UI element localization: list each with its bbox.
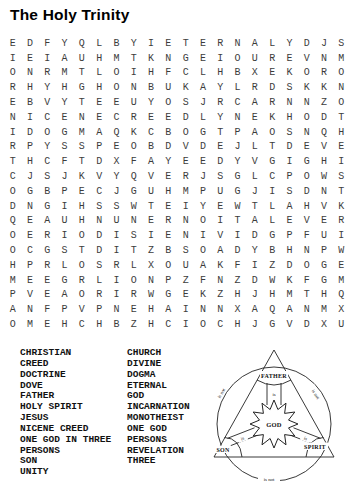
- grid-cell: E: [73, 184, 90, 199]
- grid-cell: Y: [212, 80, 229, 95]
- grid-cell: J: [229, 140, 246, 155]
- grid-cell: N: [108, 302, 125, 317]
- word-search-grid: EDFYQLBYIETERNALYDJSIEIAUHMTKNGEIOUREVNM…: [4, 36, 350, 332]
- grid-cell: E: [56, 110, 73, 125]
- grid-cell: D: [21, 125, 38, 140]
- grid-cell: O: [4, 184, 21, 199]
- grid-cell: X: [246, 66, 263, 81]
- grid-cell: C: [263, 169, 280, 184]
- grid-cell: R: [212, 36, 229, 51]
- grid-cell: B: [160, 125, 177, 140]
- grid-cell: J: [56, 169, 73, 184]
- grid-cell: H: [160, 184, 177, 199]
- grid-cell: E: [125, 302, 142, 317]
- grid-cell: S: [56, 243, 73, 258]
- grid-cell: M: [73, 125, 90, 140]
- grid-cell: E: [142, 214, 159, 229]
- grid-cell: D: [298, 317, 315, 332]
- grid-cell: I: [229, 228, 246, 243]
- grid-cell: W: [229, 199, 246, 214]
- grid-cell: J: [194, 95, 211, 110]
- father-label: FATHER: [261, 373, 287, 379]
- grid-cell: W: [263, 273, 280, 288]
- grid-cell: F: [125, 154, 142, 169]
- grid-cell: H: [56, 317, 73, 332]
- grid-cell: E: [160, 169, 177, 184]
- grid-cell: R: [333, 214, 350, 229]
- word-list-item: DOGMA: [127, 370, 190, 381]
- grid-cell: A: [194, 80, 211, 95]
- grid-cell: O: [4, 317, 21, 332]
- grid-cell: W: [315, 169, 332, 184]
- grid-cell: I: [333, 228, 350, 243]
- grid-cell: I: [108, 228, 125, 243]
- grid-cell: H: [142, 302, 159, 317]
- grid-cell: M: [333, 51, 350, 66]
- grid-cell: E: [108, 95, 125, 110]
- grid-cell: A: [212, 243, 229, 258]
- grid-cell: Y: [39, 140, 56, 155]
- grid-cell: I: [194, 228, 211, 243]
- word-list-left: CHRISTIANCREEDDOCTRINEDOVEFATHERHOLY SPI…: [20, 348, 111, 478]
- grid-cell: U: [56, 214, 73, 229]
- grid-cell: T: [212, 125, 229, 140]
- grid-cell: A: [246, 95, 263, 110]
- grid-cell: E: [194, 36, 211, 51]
- grid-cell: U: [315, 228, 332, 243]
- grid-cell: L: [194, 110, 211, 125]
- grid-cell: I: [142, 228, 159, 243]
- grid-cell: D: [246, 228, 263, 243]
- grid-cell: V: [246, 154, 263, 169]
- grid-cell: I: [263, 184, 280, 199]
- grid-cell: F: [194, 273, 211, 288]
- grid-cell: F: [160, 66, 177, 81]
- spirit-label: SPIRIT: [304, 444, 326, 450]
- grid-cell: W: [142, 288, 159, 303]
- grid-cell: S: [90, 199, 107, 214]
- grid-cell: O: [73, 288, 90, 303]
- grid-cell: O: [160, 95, 177, 110]
- grid-cell: T: [73, 95, 90, 110]
- grid-cell: I: [212, 214, 229, 229]
- grid-cell: X: [229, 302, 246, 317]
- son-label: SON: [216, 447, 230, 453]
- grid-cell: D: [21, 36, 38, 51]
- grid-cell: R: [263, 95, 280, 110]
- grid-cell: S: [177, 243, 194, 258]
- grid-cell: L: [246, 140, 263, 155]
- grid-cell: Z: [125, 317, 142, 332]
- grid-cell: L: [263, 199, 280, 214]
- grid-cell: H: [212, 66, 229, 81]
- grid-cell: A: [39, 214, 56, 229]
- grid-cell: C: [39, 110, 56, 125]
- grid-cell: E: [333, 258, 350, 273]
- grid-cell: W: [125, 199, 142, 214]
- grid-cell: G: [298, 154, 315, 169]
- grid-cell: K: [142, 51, 159, 66]
- grid-cell: R: [39, 228, 56, 243]
- grid-cell: S: [333, 36, 350, 51]
- grid-cell: E: [281, 214, 298, 229]
- grid-cell: N: [21, 66, 38, 81]
- god-label: GOD: [266, 421, 282, 428]
- grid-cell: N: [298, 302, 315, 317]
- word-list-item: DOCTRINE: [20, 370, 111, 381]
- grid-cell: T: [125, 51, 142, 66]
- grid-cell: O: [229, 51, 246, 66]
- grid-cell: C: [229, 95, 246, 110]
- grid-cell: E: [333, 140, 350, 155]
- grid-cell: N: [212, 302, 229, 317]
- grid-cell: T: [333, 110, 350, 125]
- grid-cell: L: [90, 273, 107, 288]
- grid-cell: N: [298, 125, 315, 140]
- grid-cell: T: [263, 140, 280, 155]
- grid-cell: R: [263, 51, 280, 66]
- grid-cell: L: [125, 258, 142, 273]
- grid-cell: F: [229, 258, 246, 273]
- grid-cell: O: [298, 66, 315, 81]
- grid-cell: H: [4, 258, 21, 273]
- grid-cell: E: [21, 273, 38, 288]
- grid-cell: J: [108, 184, 125, 199]
- grid-cell: Z: [142, 243, 159, 258]
- grid-cell: G: [229, 184, 246, 199]
- grid-cell: I: [142, 36, 159, 51]
- grid-cell: B: [263, 243, 280, 258]
- grid-cell: S: [108, 199, 125, 214]
- grid-cell: I: [21, 110, 38, 125]
- grid-cell: C: [160, 317, 177, 332]
- grid-cell: W: [333, 243, 350, 258]
- grid-cell: Q: [333, 288, 350, 303]
- grid-cell: N: [21, 302, 38, 317]
- grid-cell: E: [142, 110, 159, 125]
- grid-cell: T: [73, 66, 90, 81]
- grid-cell: H: [21, 80, 38, 95]
- grid-cell: S: [281, 80, 298, 95]
- father-corner-arc: [257, 380, 291, 385]
- grid-cell: N: [125, 214, 142, 229]
- grid-cell: D: [90, 228, 107, 243]
- grid-cell: Y: [160, 154, 177, 169]
- grid-cell: U: [73, 51, 90, 66]
- word-list-item: UNITY: [20, 467, 111, 478]
- grid-cell: E: [90, 95, 107, 110]
- grid-cell: P: [4, 288, 21, 303]
- grid-cell: V: [90, 169, 107, 184]
- grid-cell: O: [333, 66, 350, 81]
- grid-cell: R: [39, 66, 56, 81]
- grid-cell: O: [4, 243, 21, 258]
- grid-cell: K: [298, 80, 315, 95]
- grid-cell: T: [177, 36, 194, 51]
- grid-cell: O: [263, 125, 280, 140]
- grid-cell: D: [4, 199, 21, 214]
- grid-cell: V: [73, 302, 90, 317]
- grid-cell: Y: [194, 199, 211, 214]
- grid-cell: Y: [39, 80, 56, 95]
- grid-cell: K: [194, 288, 211, 303]
- grid-cell: H: [315, 154, 332, 169]
- grid-cell: E: [177, 288, 194, 303]
- grid-cell: C: [177, 66, 194, 81]
- grid-cell: D: [229, 243, 246, 258]
- grid-cell: Y: [229, 154, 246, 169]
- grid-cell: H: [90, 51, 107, 66]
- grid-cell: E: [194, 51, 211, 66]
- grid-cell: R: [73, 273, 90, 288]
- grid-cell: M: [177, 184, 194, 199]
- grid-cell: R: [160, 214, 177, 229]
- grid-cell: A: [281, 302, 298, 317]
- grid-cell: G: [160, 288, 177, 303]
- grid-cell: N: [4, 110, 21, 125]
- grid-cell: G: [315, 273, 332, 288]
- grid-cell: U: [142, 184, 159, 199]
- grid-cell: O: [4, 66, 21, 81]
- grid-cell: T: [4, 154, 21, 169]
- grid-cell: H: [229, 288, 246, 303]
- grid-cell: Q: [73, 36, 90, 51]
- grid-cell: D: [160, 140, 177, 155]
- grid-cell: N: [142, 273, 159, 288]
- grid-cell: M: [333, 273, 350, 288]
- grid-cell: U: [108, 214, 125, 229]
- grid-cell: V: [315, 140, 332, 155]
- grid-cell: K: [73, 169, 90, 184]
- grid-cell: H: [73, 199, 90, 214]
- grid-cell: T: [298, 288, 315, 303]
- grid-cell: O: [194, 317, 211, 332]
- grid-cell: T: [73, 243, 90, 258]
- grid-cell: R: [108, 258, 125, 273]
- grid-cell: Y: [56, 36, 73, 51]
- grid-cell: I: [108, 273, 125, 288]
- grid-cell: R: [125, 288, 142, 303]
- grid-cell: U: [125, 95, 142, 110]
- grid-cell: P: [194, 184, 211, 199]
- grid-cell: G: [125, 184, 142, 199]
- grid-cell: H: [142, 66, 159, 81]
- grid-cell: V: [21, 288, 38, 303]
- grid-cell: I: [4, 125, 21, 140]
- grid-cell: E: [315, 214, 332, 229]
- grid-cell: C: [39, 154, 56, 169]
- grid-cell: E: [212, 199, 229, 214]
- grid-cell: B: [21, 95, 38, 110]
- grid-cell: A: [246, 36, 263, 51]
- grid-cell: U: [160, 80, 177, 95]
- grid-cell: D: [246, 273, 263, 288]
- grid-cell: F: [39, 302, 56, 317]
- grid-cell: B: [229, 66, 246, 81]
- grid-cell: M: [21, 317, 38, 332]
- grid-cell: R: [315, 66, 332, 81]
- grid-cell: A: [56, 51, 73, 66]
- grid-cell: C: [90, 184, 107, 199]
- grid-cell: G: [194, 125, 211, 140]
- grid-cell: G: [315, 258, 332, 273]
- grid-cell: S: [125, 228, 142, 243]
- grid-cell: E: [160, 228, 177, 243]
- grid-cell: E: [160, 199, 177, 214]
- grid-cell: V: [39, 95, 56, 110]
- grid-cell: O: [108, 66, 125, 81]
- grid-cell: D: [263, 80, 280, 95]
- grid-cell: A: [246, 125, 263, 140]
- grid-cell: K: [281, 273, 298, 288]
- grid-cell: U: [246, 51, 263, 66]
- grid-cell: B: [142, 80, 159, 95]
- grid-cell: N: [90, 214, 107, 229]
- grid-cell: I: [125, 66, 142, 81]
- grid-cell: X: [333, 302, 350, 317]
- grid-cell: M: [281, 288, 298, 303]
- grid-cell: N: [160, 51, 177, 66]
- grid-cell: E: [212, 140, 229, 155]
- grid-cell: P: [229, 125, 246, 140]
- grid-cell: Q: [315, 125, 332, 140]
- grid-cell: S: [90, 258, 107, 273]
- grid-cell: G: [263, 228, 280, 243]
- grid-cell: Y: [212, 110, 229, 125]
- grid-cell: U: [212, 184, 229, 199]
- grid-cell: J: [21, 169, 38, 184]
- grid-cell: B: [108, 317, 125, 332]
- grid-cell: D: [194, 140, 211, 155]
- grid-cell: R: [246, 80, 263, 95]
- grid-cell: I: [108, 288, 125, 303]
- grid-cell: S: [39, 169, 56, 184]
- grid-cell: Z: [315, 95, 332, 110]
- grid-cell: N: [194, 302, 211, 317]
- grid-cell: H: [56, 80, 73, 95]
- grid-cell: K: [315, 80, 332, 95]
- grid-cell: A: [281, 199, 298, 214]
- grid-cell: N: [212, 273, 229, 288]
- grid-cell: Q: [125, 169, 142, 184]
- grid-cell: N: [333, 80, 350, 95]
- grid-cell: D: [90, 154, 107, 169]
- grid-cell: H: [90, 317, 107, 332]
- grid-cell: L: [263, 36, 280, 51]
- grid-cell: G: [263, 317, 280, 332]
- grid-cell: P: [56, 302, 73, 317]
- grid-cell: H: [73, 214, 90, 229]
- worksheet: The Holy Trinity EDFYQLBYIETERNALYDJSIEI…: [0, 0, 354, 500]
- grid-cell: X: [108, 154, 125, 169]
- grid-cell: P: [90, 140, 107, 155]
- grid-cell: G: [39, 199, 56, 214]
- grid-cell: H: [21, 154, 38, 169]
- grid-cell: U: [333, 317, 350, 332]
- is-label-top: is: [272, 392, 275, 397]
- grid-cell: E: [246, 110, 263, 125]
- word-list-right: CHURCHDIVINEDOGMAETERNALGODINCARNATIONMO…: [127, 348, 190, 467]
- grid-cell: F: [298, 228, 315, 243]
- grid-cell: K: [125, 125, 142, 140]
- grid-cell: C: [73, 317, 90, 332]
- grid-cell: A: [246, 302, 263, 317]
- grid-cell: D: [298, 36, 315, 51]
- grid-cell: Q: [263, 302, 280, 317]
- grid-cell: N: [73, 110, 90, 125]
- grid-cell: R: [39, 258, 56, 273]
- grid-cell: F: [298, 273, 315, 288]
- grid-cell: E: [108, 140, 125, 155]
- grid-cell: M: [4, 273, 21, 288]
- grid-cell: O: [298, 258, 315, 273]
- grid-cell: P: [56, 184, 73, 199]
- grid-cell: I: [56, 199, 73, 214]
- grid-cell: I: [177, 199, 194, 214]
- grid-cell: G: [177, 51, 194, 66]
- grid-cell: E: [194, 154, 211, 169]
- grid-cell: G: [21, 184, 38, 199]
- grid-cell: E: [21, 51, 38, 66]
- grid-cell: Y: [246, 243, 263, 258]
- grid-cell: J: [194, 169, 211, 184]
- grid-cell: L: [56, 258, 73, 273]
- grid-cell: D: [177, 110, 194, 125]
- grid-cell: D: [212, 154, 229, 169]
- grid-cell: J: [246, 288, 263, 303]
- grid-cell: T: [246, 199, 263, 214]
- grid-cell: K: [212, 258, 229, 273]
- grid-cell: X: [142, 258, 159, 273]
- grid-cell: E: [39, 273, 56, 288]
- grid-cell: X: [315, 317, 332, 332]
- grid-cell: N: [229, 36, 246, 51]
- grid-cell: T: [73, 154, 90, 169]
- grid-cell: G: [56, 125, 73, 140]
- grid-cell: K: [177, 80, 194, 95]
- grid-cell: I: [333, 154, 350, 169]
- grid-cell: Z: [177, 273, 194, 288]
- grid-cell: L: [229, 80, 246, 95]
- grid-cell: C: [4, 169, 21, 184]
- grid-cell: Z: [263, 258, 280, 273]
- grid-cell: A: [142, 154, 159, 169]
- grid-cell: I: [4, 51, 21, 66]
- grid-cell: E: [160, 110, 177, 125]
- grid-cell: S: [56, 140, 73, 155]
- grid-cell: K: [263, 110, 280, 125]
- grid-cell: N: [315, 184, 332, 199]
- grid-cell: E: [4, 95, 21, 110]
- grid-cell: G: [229, 169, 246, 184]
- grid-cell: L: [90, 66, 107, 81]
- grid-cell: S: [212, 169, 229, 184]
- grid-cell: H: [263, 288, 280, 303]
- grid-cell: N: [298, 95, 315, 110]
- grid-cell: V: [298, 214, 315, 229]
- grid-cell: H: [281, 110, 298, 125]
- grid-cell: L: [194, 66, 211, 81]
- grid-cell: B: [39, 184, 56, 199]
- grid-cell: M: [108, 51, 125, 66]
- grid-cell: G: [39, 243, 56, 258]
- grid-cell: Y: [56, 95, 73, 110]
- grid-cell: I: [177, 302, 194, 317]
- grid-cell: S: [281, 125, 298, 140]
- grid-cell: E: [90, 110, 107, 125]
- grid-cell: Y: [125, 36, 142, 51]
- page-title: The Holy Trinity: [10, 6, 129, 24]
